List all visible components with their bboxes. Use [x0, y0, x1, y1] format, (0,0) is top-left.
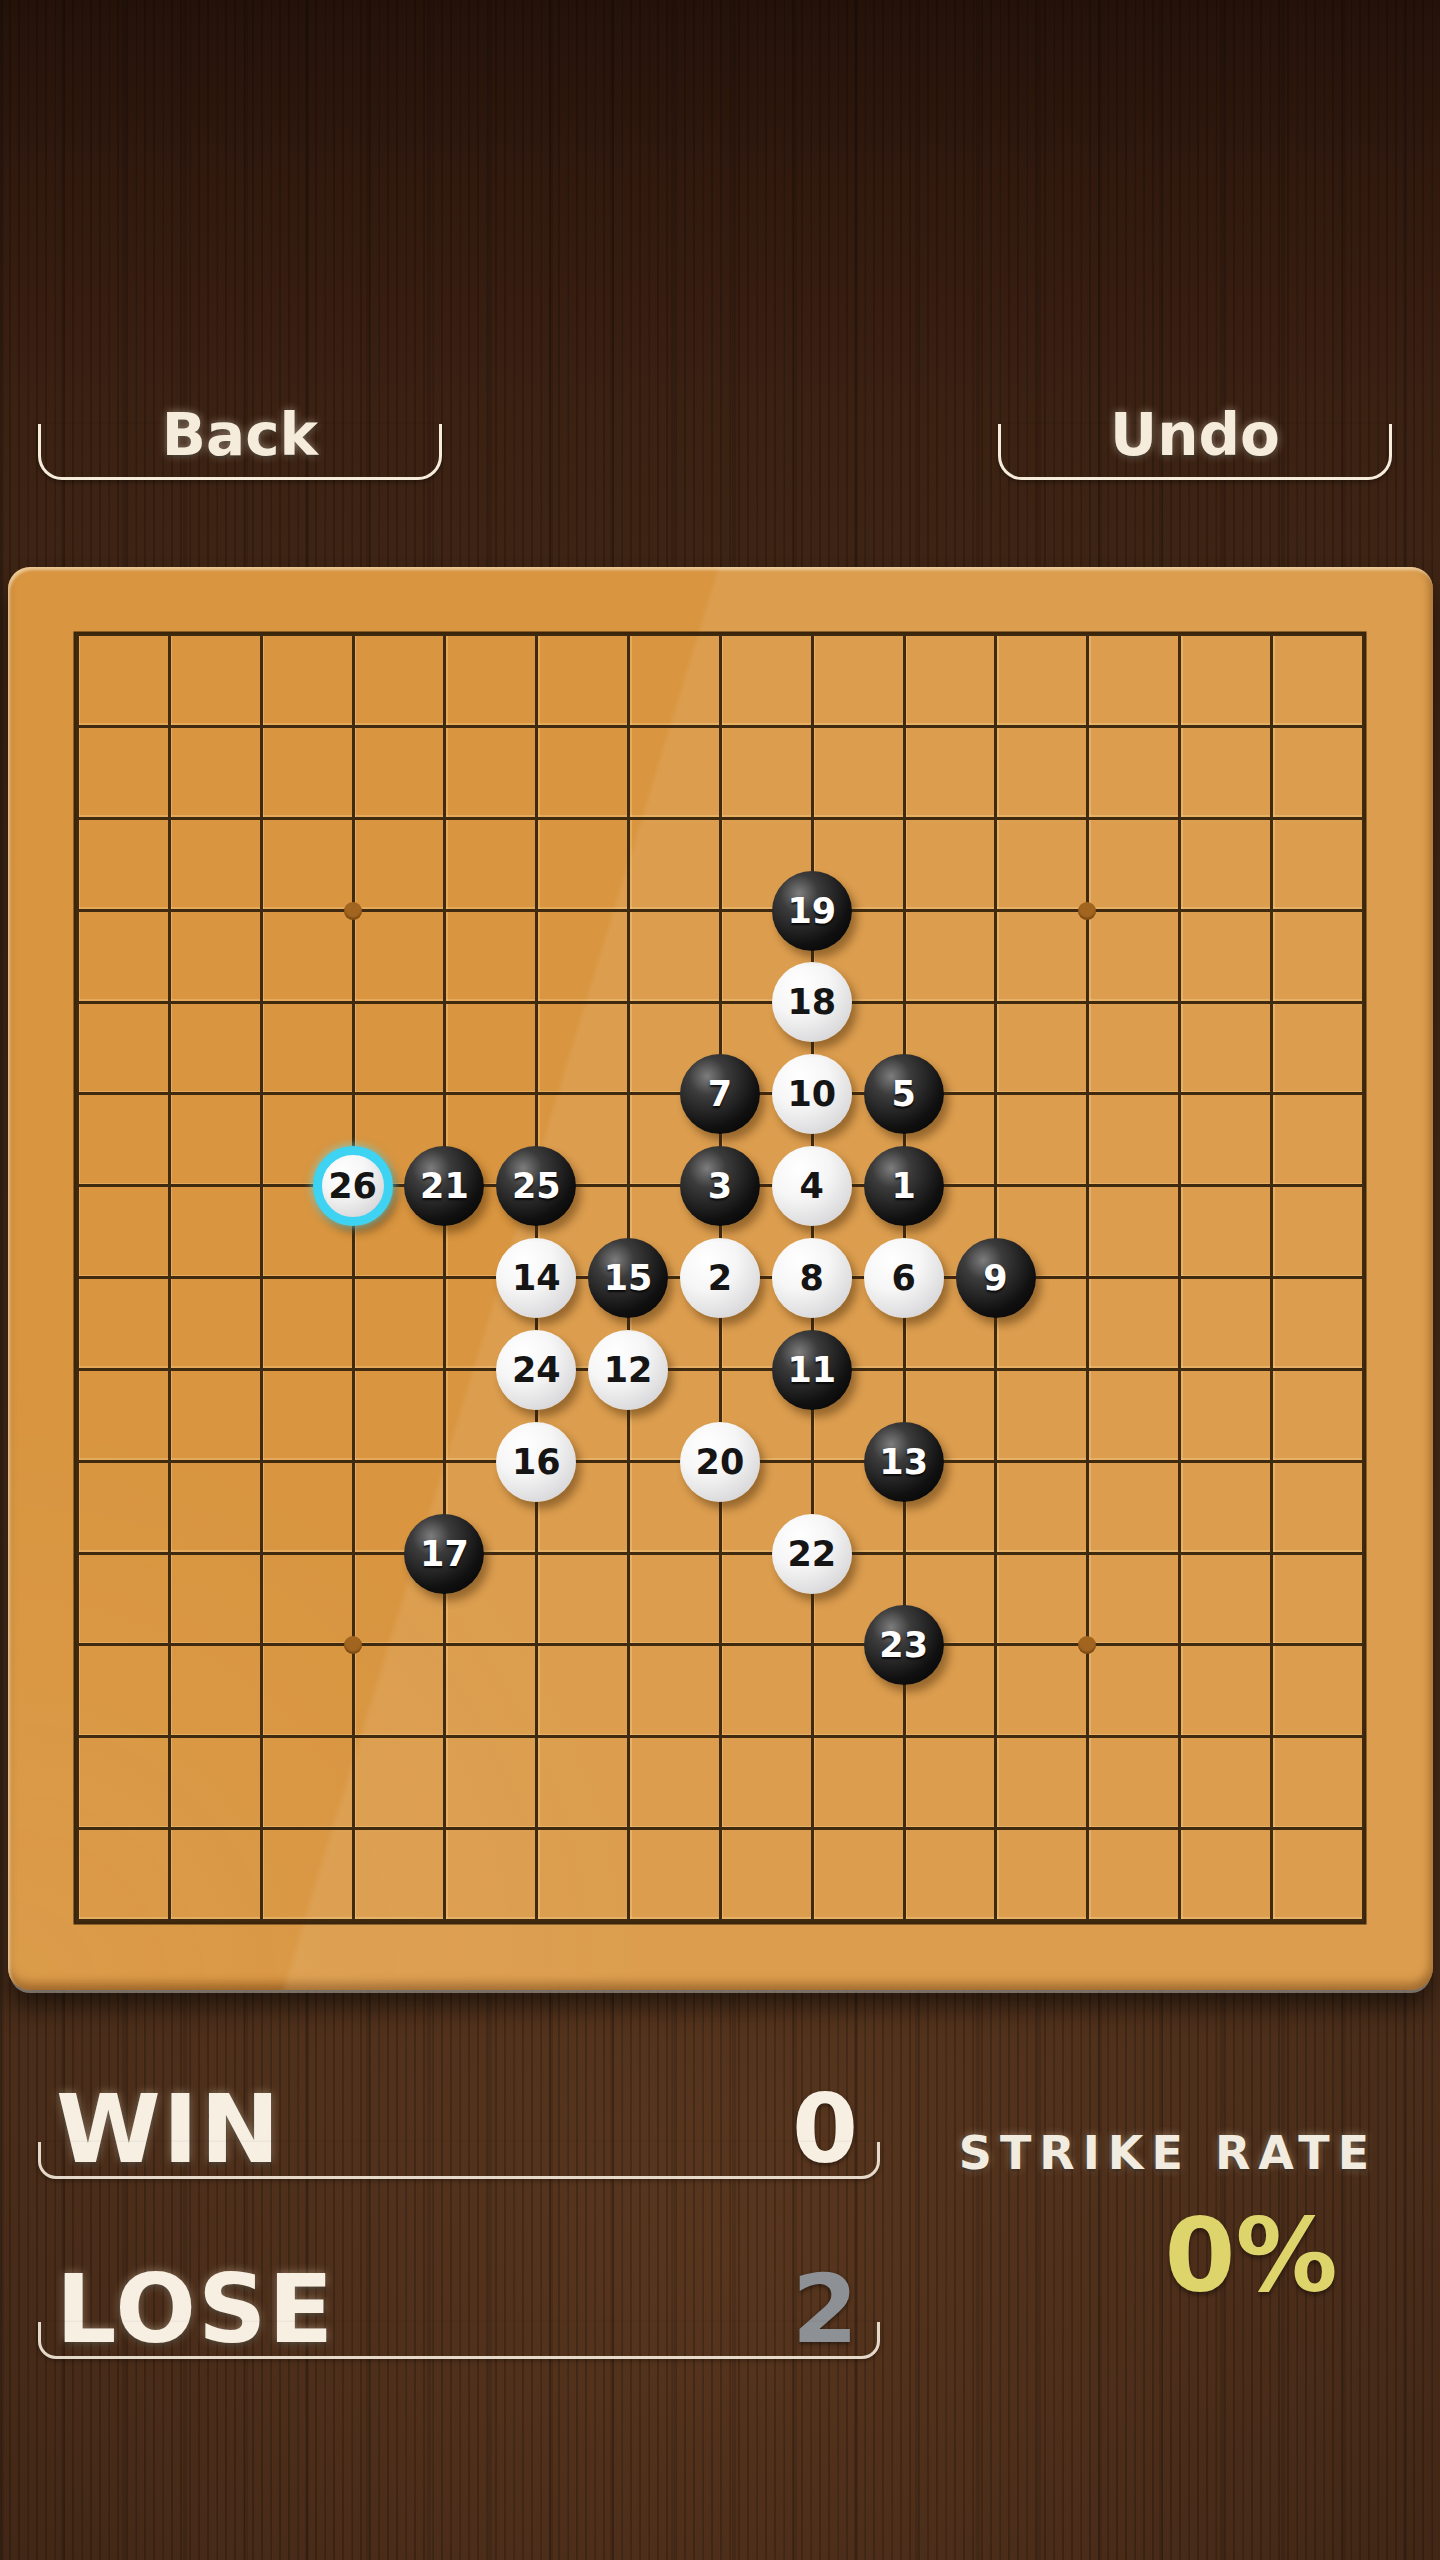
- stone-25-black: 25: [496, 1146, 576, 1226]
- lose-underline-bracket: [38, 2322, 880, 2359]
- stone-21-black: 21: [404, 1146, 484, 1226]
- stone-12-white: 12: [588, 1330, 668, 1410]
- stone-11-black: 11: [772, 1330, 852, 1410]
- strike-rate-value: 0%: [1031, 2196, 1440, 2315]
- star-point: [344, 902, 362, 920]
- stone-22-white: 22: [772, 1514, 852, 1594]
- stone-26-white: 26: [313, 1146, 393, 1226]
- star-point: [1078, 902, 1096, 920]
- board-grid[interactable]: 1234567891011121314151617181920212223242…: [76, 634, 1365, 1923]
- stone-23-black: 23: [864, 1605, 944, 1685]
- undo-button-label: Undo: [1001, 401, 1389, 469]
- stone-18-white: 18: [772, 962, 852, 1042]
- stone-4-white: 4: [772, 1146, 852, 1226]
- stone-14-white: 14: [496, 1238, 576, 1318]
- gomoku-board: 1234567891011121314151617181920212223242…: [8, 567, 1433, 1990]
- win-underline-bracket: [38, 2142, 880, 2179]
- stone-16-white: 16: [496, 1422, 576, 1502]
- back-button-label: Back: [41, 401, 439, 469]
- stone-24-white: 24: [496, 1330, 576, 1410]
- stone-19-black: 19: [772, 871, 852, 951]
- stone-6-white: 6: [864, 1238, 944, 1318]
- stone-3-black: 3: [680, 1146, 760, 1226]
- stone-7-black: 7: [680, 1054, 760, 1134]
- star-point: [344, 1636, 362, 1654]
- back-button[interactable]: Back: [38, 424, 442, 480]
- stone-1-black: 1: [864, 1146, 944, 1226]
- stone-5-black: 5: [864, 1054, 944, 1134]
- star-point: [1078, 1636, 1096, 1654]
- stone-17-black: 17: [404, 1514, 484, 1594]
- stone-9-black: 9: [956, 1238, 1036, 1318]
- stone-13-black: 13: [864, 1422, 944, 1502]
- stone-20-white: 20: [680, 1422, 760, 1502]
- stone-10-white: 10: [772, 1054, 852, 1134]
- undo-button[interactable]: Undo: [998, 424, 1392, 480]
- stone-15-black: 15: [588, 1238, 668, 1318]
- strike-rate-label: STRIKE RATE: [940, 2126, 1396, 2180]
- stone-8-white: 8: [772, 1238, 852, 1318]
- stone-2-white: 2: [680, 1238, 760, 1318]
